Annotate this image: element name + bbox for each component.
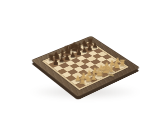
- black-pawn-e7: ♟: [75, 49, 81, 56]
- black-pawn-c7: ♟: [64, 54, 70, 61]
- black-pawn-d7: ♟: [70, 52, 76, 59]
- black-pawn-h7: ♟: [92, 42, 98, 49]
- white-rook-a1: ♜: [78, 78, 86, 86]
- square-a7: ♟: [49, 62, 59, 68]
- square-a1: ♜: [75, 82, 86, 88]
- chess-set-product-photo: ♜♞♝♛♚♝♞♜♟♟♟♟♟♟♟♟♟♟♟♟♟♟♟♟♜♞♝♛♚♝♞♜: [0, 0, 166, 120]
- black-pawn-a7: ♟: [52, 59, 58, 66]
